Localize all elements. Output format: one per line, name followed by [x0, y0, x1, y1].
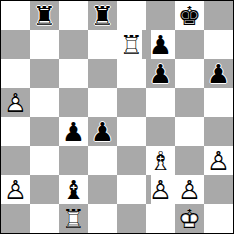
square-h7[interactable]	[204, 30, 233, 59]
square-c8[interactable]	[59, 1, 88, 30]
white-rook-e7[interactable]: ♜♖	[117, 30, 146, 59]
black-piece-glyph: ♝	[59, 175, 88, 204]
square-g4[interactable]	[175, 117, 204, 146]
square-e7[interactable]: ♜♖	[117, 30, 146, 59]
white-rook-c1[interactable]: ♜♖	[59, 204, 88, 233]
square-e4[interactable]	[117, 117, 146, 146]
black-pawn-f6[interactable]: ♟	[146, 59, 175, 88]
square-f7[interactable]: ♟	[146, 30, 175, 59]
square-f5[interactable]	[146, 88, 175, 117]
square-a7[interactable]	[1, 30, 30, 59]
black-piece-glyph: ♚	[175, 1, 204, 30]
square-a4[interactable]	[1, 117, 30, 146]
black-king-g8[interactable]: ♚	[175, 1, 204, 30]
square-f2[interactable]: ♟♙	[146, 175, 175, 204]
square-f6[interactable]: ♟	[146, 59, 175, 88]
black-piece-glyph: ♟	[59, 117, 88, 146]
square-b7[interactable]	[30, 30, 59, 59]
square-a2[interactable]: ♟♙	[1, 175, 30, 204]
square-c5[interactable]	[59, 88, 88, 117]
black-piece-glyph: ♜	[88, 1, 117, 30]
square-d6[interactable]	[88, 59, 117, 88]
chess-board: ♜♜♚♜♖♟♟♟♟♙♟♟♝♗♟♙♟♙♝♟♙♟♙♜♖♚♔	[0, 0, 234, 234]
white-pawn-h3[interactable]: ♟♙	[204, 146, 233, 175]
square-f8[interactable]	[146, 1, 175, 30]
square-d2[interactable]	[88, 175, 117, 204]
square-d3[interactable]	[88, 146, 117, 175]
black-pawn-c4[interactable]: ♟	[59, 117, 88, 146]
black-bishop-c2[interactable]: ♝	[59, 175, 88, 204]
white-piece-outline-layer: ♔	[175, 204, 204, 233]
square-b5[interactable]	[30, 88, 59, 117]
square-c6[interactable]	[59, 59, 88, 88]
square-a6[interactable]	[1, 59, 30, 88]
square-d1[interactable]	[88, 204, 117, 233]
square-d8[interactable]: ♜	[88, 1, 117, 30]
square-h5[interactable]	[204, 88, 233, 117]
black-pawn-h6[interactable]: ♟	[204, 59, 233, 88]
square-h8[interactable]	[204, 1, 233, 30]
square-f3[interactable]: ♝♗	[146, 146, 175, 175]
white-piece-outline-layer: ♙	[146, 175, 175, 204]
square-c3[interactable]	[59, 146, 88, 175]
square-b3[interactable]	[30, 146, 59, 175]
square-b1[interactable]	[30, 204, 59, 233]
white-piece-outline-layer: ♙	[1, 88, 30, 117]
square-d7[interactable]	[88, 30, 117, 59]
black-pawn-d4[interactable]: ♟	[88, 117, 117, 146]
square-d4[interactable]: ♟	[88, 117, 117, 146]
white-king-g1[interactable]: ♚♔	[175, 204, 204, 233]
square-h1[interactable]	[204, 204, 233, 233]
square-a1[interactable]	[1, 204, 30, 233]
white-piece-outline-layer: ♙	[175, 175, 204, 204]
square-e1[interactable]	[117, 204, 146, 233]
square-h2[interactable]	[204, 175, 233, 204]
square-h4[interactable]	[204, 117, 233, 146]
square-b6[interactable]	[30, 59, 59, 88]
white-piece-outline-layer: ♙	[204, 146, 233, 175]
square-f1[interactable]	[146, 204, 175, 233]
square-g6[interactable]	[175, 59, 204, 88]
square-e3[interactable]	[117, 146, 146, 175]
square-e5[interactable]	[117, 88, 146, 117]
square-a3[interactable]	[1, 146, 30, 175]
black-piece-glyph: ♟	[146, 59, 175, 88]
square-g7[interactable]	[175, 30, 204, 59]
square-b4[interactable]	[30, 117, 59, 146]
black-rook-b8[interactable]: ♜	[30, 1, 59, 30]
black-piece-glyph: ♟	[88, 117, 117, 146]
square-h6[interactable]: ♟	[204, 59, 233, 88]
black-pawn-f7[interactable]: ♟	[146, 30, 175, 59]
black-rook-d8[interactable]: ♜	[88, 1, 117, 30]
black-piece-glyph: ♜	[30, 1, 59, 30]
square-g5[interactable]	[175, 88, 204, 117]
white-bishop-f3[interactable]: ♝♗	[146, 146, 175, 175]
square-h3[interactable]: ♟♙	[204, 146, 233, 175]
square-e8[interactable]	[117, 1, 146, 30]
square-e6[interactable]	[117, 59, 146, 88]
white-pawn-a5[interactable]: ♟♙	[1, 88, 30, 117]
white-piece-outline-layer: ♗	[146, 146, 175, 175]
square-d5[interactable]	[88, 88, 117, 117]
square-g2[interactable]: ♟♙	[175, 175, 204, 204]
white-pawn-f2[interactable]: ♟♙	[146, 175, 175, 204]
black-piece-glyph: ♟	[204, 59, 233, 88]
square-a5[interactable]: ♟♙	[1, 88, 30, 117]
white-piece-outline-layer: ♖	[59, 204, 88, 233]
square-c7[interactable]	[59, 30, 88, 59]
white-piece-outline-layer: ♙	[1, 175, 30, 204]
square-b8[interactable]: ♜	[30, 1, 59, 30]
white-piece-outline-layer: ♖	[117, 30, 146, 59]
square-c4[interactable]: ♟	[59, 117, 88, 146]
black-piece-glyph: ♟	[146, 30, 175, 59]
square-e2[interactable]	[117, 175, 146, 204]
square-a8[interactable]	[1, 1, 30, 30]
white-pawn-g2[interactable]: ♟♙	[175, 175, 204, 204]
square-g8[interactable]: ♚	[175, 1, 204, 30]
square-g3[interactable]	[175, 146, 204, 175]
square-b2[interactable]	[30, 175, 59, 204]
square-c1[interactable]: ♜♖	[59, 204, 88, 233]
square-c2[interactable]: ♝	[59, 175, 88, 204]
white-pawn-a2[interactable]: ♟♙	[1, 175, 30, 204]
square-g1[interactable]: ♚♔	[175, 204, 204, 233]
square-f4[interactable]	[146, 117, 175, 146]
